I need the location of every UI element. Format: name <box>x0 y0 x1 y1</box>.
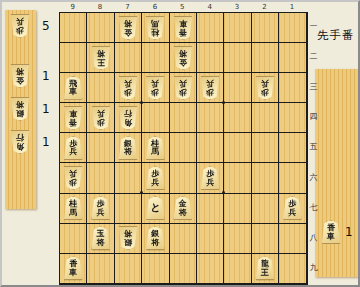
piece-ou-gote[interactable]: 王将 <box>91 46 111 70</box>
cell-57[interactable]: 金将 <box>170 194 197 224</box>
piece-tokin-sente[interactable]: と <box>145 196 165 220</box>
piece-fu-sente[interactable]: 歩兵 <box>63 136 83 160</box>
cell-86[interactable] <box>87 163 114 193</box>
piece-kanji: 将 <box>124 148 132 157</box>
piece-kanji: 金 <box>179 57 187 66</box>
piece-kanji: 車 <box>69 88 77 97</box>
cell-21[interactable] <box>252 13 279 43</box>
cell-55[interactable] <box>170 133 197 163</box>
hoshi-dot <box>222 191 225 194</box>
cell-35[interactable] <box>224 133 251 163</box>
rank-label-6: 六 <box>307 163 320 193</box>
cell-95[interactable]: 歩兵 <box>60 133 87 163</box>
piece-kanji: 兵 <box>69 148 77 157</box>
rank-label-3: 三 <box>307 72 320 102</box>
piece-kanji: 将 <box>124 229 132 238</box>
shogi-board: 金将桂馬香車王将金将飛車歩兵歩兵歩兵歩兵歩兵香車歩兵角行歩兵銀将桂馬歩兵歩兵歩兵… <box>59 12 308 285</box>
sente-hand-slot: 香車 <box>321 220 341 244</box>
piece-kanji: 金 <box>124 27 132 36</box>
piece-kei-sente[interactable]: 桂馬 <box>145 136 165 160</box>
piece-kanji: 兵 <box>97 109 105 118</box>
piece-kanji: 将 <box>97 49 105 58</box>
gote-hand-slot: 金将 <box>10 64 30 88</box>
piece-gin-sente[interactable]: 銀将 <box>118 136 138 160</box>
cell-99[interactable]: 香車 <box>60 254 87 284</box>
piece-hisha-sente[interactable]: 飛車 <box>63 76 83 100</box>
cell-56[interactable] <box>170 163 197 193</box>
cell-32[interactable] <box>224 43 251 73</box>
piece-kanji: 王 <box>261 269 269 278</box>
piece-kin-gote[interactable]: 金将 <box>118 16 138 40</box>
piece-kin-gote[interactable]: 金将 <box>173 46 193 70</box>
piece-kanji: 行 <box>124 109 132 118</box>
cell-39[interactable] <box>224 254 251 284</box>
piece-kanji: 歩 <box>151 87 159 96</box>
cell-64[interactable] <box>142 103 169 133</box>
piece-kanji: 角 <box>124 117 132 126</box>
gote-hand-count-kaku: 1 <box>42 135 54 149</box>
piece-fu-sente[interactable]: 歩兵 <box>145 166 165 190</box>
piece-kanji: 車 <box>327 233 335 242</box>
cell-23[interactable]: 歩兵 <box>252 73 279 103</box>
hoshi-dot <box>222 101 225 104</box>
cell-36[interactable] <box>224 163 251 193</box>
piece-kanji: 車 <box>69 109 77 118</box>
piece-kyo-gote[interactable]: 香車 <box>63 106 83 130</box>
cell-38[interactable] <box>224 224 251 254</box>
piece-fu-gote[interactable]: 歩兵 <box>63 166 83 190</box>
piece-kanji: 兵 <box>124 79 132 88</box>
cell-34[interactable] <box>224 103 251 133</box>
cell-62[interactable] <box>142 43 169 73</box>
piece-kanji: 車 <box>179 19 187 28</box>
cell-79[interactable] <box>115 254 142 284</box>
piece-kyo-sente[interactable]: 香車 <box>63 256 83 280</box>
piece-kei-gote[interactable]: 桂馬 <box>145 16 165 40</box>
piece-kanji: 歩 <box>206 87 214 96</box>
cell-68[interactable]: 銀将 <box>142 224 169 254</box>
piece-kanji: 馬 <box>151 19 159 28</box>
cell-96[interactable]: 歩兵 <box>60 163 87 193</box>
cell-74[interactable]: 角行 <box>115 103 142 133</box>
cell-91[interactable] <box>60 13 87 43</box>
piece-kanji: 兵 <box>179 79 187 88</box>
piece-kanji: 将 <box>151 239 159 248</box>
cell-65[interactable]: 桂馬 <box>142 133 169 163</box>
piece-fu-gote[interactable]: 歩兵 <box>91 106 111 130</box>
piece-kanji: 王 <box>97 57 105 66</box>
piece-kin-gote[interactable]: 金将 <box>10 64 30 88</box>
piece-kanji: 将 <box>16 67 24 76</box>
piece-kanji: 兵 <box>69 169 77 178</box>
piece-kanji: 兵 <box>206 179 214 188</box>
piece-gin-sente[interactable]: 銀将 <box>145 226 165 250</box>
gote-hand-count-kin: 1 <box>42 69 54 83</box>
piece-kin-sente[interactable]: 金将 <box>173 196 193 220</box>
gote-hand-count-fu: 5 <box>42 19 54 33</box>
piece-kanji: 兵 <box>97 209 105 218</box>
rank-label-7: 七 <box>307 193 320 223</box>
piece-gin-gote[interactable]: 銀将 <box>10 97 30 121</box>
rank-label-8: 八 <box>307 223 320 253</box>
hoshi-dot <box>140 101 143 104</box>
piece-fu-gote[interactable]: 歩兵 <box>173 76 193 100</box>
rank-label-9: 九 <box>307 253 320 283</box>
file-label-4: 4 <box>196 3 223 11</box>
cell-98[interactable] <box>60 224 87 254</box>
file-label-8: 8 <box>86 3 113 11</box>
piece-kyo-sente[interactable]: 香車 <box>321 220 341 244</box>
cell-72[interactable] <box>115 43 142 73</box>
piece-kanji: 兵 <box>151 179 159 188</box>
cell-83[interactable] <box>87 73 114 103</box>
piece-kanji: 兵 <box>288 209 296 218</box>
cell-45[interactable] <box>197 133 224 163</box>
gote-hand-slot: 銀将 <box>10 97 30 121</box>
piece-kanji: 歩 <box>69 178 77 187</box>
piece-kanji: 将 <box>97 239 105 248</box>
piece-kanji: 将 <box>124 19 132 28</box>
file-label-6: 6 <box>141 3 168 11</box>
cell-28[interactable] <box>252 224 279 254</box>
cell-42[interactable] <box>197 43 224 73</box>
piece-kanji: 馬 <box>151 148 159 157</box>
cell-89[interactable] <box>87 254 114 284</box>
rank-label-4: 四 <box>307 102 320 132</box>
gote-hand-slot: 角行 <box>10 130 30 154</box>
piece-kanji: 歩 <box>179 87 187 96</box>
piece-kanji: 歩 <box>16 26 24 35</box>
cell-44[interactable] <box>197 103 224 133</box>
piece-kanji: 香 <box>179 27 187 36</box>
cell-18[interactable] <box>279 224 306 254</box>
sente-hand-count-kyo: 1 <box>345 225 357 239</box>
cell-31[interactable] <box>224 13 251 43</box>
piece-kanji: 桂 <box>151 27 159 36</box>
cell-77[interactable] <box>115 194 142 224</box>
file-label-2: 2 <box>251 3 278 11</box>
piece-kaku-gote[interactable]: 角行 <box>118 106 138 130</box>
cell-66[interactable]: 歩兵 <box>142 163 169 193</box>
cell-27[interactable] <box>252 194 279 224</box>
file-label-7: 7 <box>114 3 141 11</box>
piece-kyo-gote[interactable]: 香車 <box>173 16 193 40</box>
piece-kanji: 行 <box>16 133 24 142</box>
cell-41[interactable] <box>197 13 224 43</box>
piece-kanji: と <box>150 203 160 213</box>
cell-51[interactable]: 香車 <box>170 13 197 43</box>
cell-47[interactable] <box>197 194 224 224</box>
cell-58[interactable] <box>170 224 197 254</box>
piece-fu-gote[interactable]: 歩兵 <box>255 76 275 100</box>
cell-54[interactable] <box>170 103 197 133</box>
cell-82[interactable]: 王将 <box>87 43 114 73</box>
rank-label-2: 二 <box>307 42 320 72</box>
file-label-1: 1 <box>278 3 305 11</box>
piece-kanji: 香 <box>69 117 77 126</box>
gote-hand-slot: 歩兵 <box>10 14 30 38</box>
piece-kanji: 銀 <box>124 238 132 247</box>
shogi-diagram: 金将桂馬香車王将金将飛車歩兵歩兵歩兵歩兵歩兵香車歩兵角行歩兵銀将桂馬歩兵歩兵歩兵… <box>0 0 360 287</box>
cell-88[interactable]: 玉将 <box>87 224 114 254</box>
cell-11[interactable] <box>279 13 306 43</box>
cell-12[interactable] <box>279 43 306 73</box>
cell-71[interactable]: 金将 <box>115 13 142 43</box>
cell-26[interactable] <box>252 163 279 193</box>
piece-fu-sente[interactable]: 歩兵 <box>282 196 302 220</box>
piece-kanji: 歩 <box>97 117 105 126</box>
cell-75[interactable]: 銀将 <box>115 133 142 163</box>
cell-76[interactable] <box>115 163 142 193</box>
cell-37[interactable] <box>224 194 251 224</box>
piece-kanji: 将 <box>179 49 187 58</box>
turn-indicator: 先手番 <box>317 28 355 43</box>
cell-25[interactable] <box>252 133 279 163</box>
piece-kanji: 車 <box>69 269 77 278</box>
cell-48[interactable] <box>197 224 224 254</box>
piece-kanji: 兵 <box>261 79 269 88</box>
piece-kanji: 将 <box>16 100 24 109</box>
hoshi-dot <box>140 191 143 194</box>
cell-67[interactable]: と <box>142 194 169 224</box>
piece-gin-gote[interactable]: 銀将 <box>118 226 138 250</box>
piece-fu-sente[interactable]: 歩兵 <box>200 166 220 190</box>
cell-16[interactable] <box>279 163 306 193</box>
cell-43[interactable]: 歩兵 <box>197 73 224 103</box>
piece-kei-sente[interactable]: 桂馬 <box>63 196 83 220</box>
cell-17[interactable]: 歩兵 <box>279 194 306 224</box>
piece-fu-sente[interactable]: 歩兵 <box>91 196 111 220</box>
piece-kanji: 馬 <box>69 209 77 218</box>
cell-69[interactable] <box>142 254 169 284</box>
cell-14[interactable] <box>279 103 306 133</box>
gote-hand-count-gin: 1 <box>42 102 54 116</box>
piece-kanji: 金 <box>16 76 24 85</box>
cell-22[interactable] <box>252 43 279 73</box>
cell-19[interactable] <box>279 254 306 284</box>
cell-59[interactable] <box>170 254 197 284</box>
cell-84[interactable]: 歩兵 <box>87 103 114 133</box>
piece-fu-gote[interactable]: 歩兵 <box>10 14 30 38</box>
rank-label-5: 五 <box>307 132 320 162</box>
cell-97[interactable]: 桂馬 <box>60 194 87 224</box>
cell-73[interactable]: 歩兵 <box>115 73 142 103</box>
cell-15[interactable] <box>279 133 306 163</box>
cell-33[interactable] <box>224 73 251 103</box>
piece-kaku-gote[interactable]: 角行 <box>10 130 30 154</box>
cell-29[interactable]: 龍王 <box>252 254 279 284</box>
cell-93[interactable]: 飛車 <box>60 73 87 103</box>
cell-87[interactable]: 歩兵 <box>87 194 114 224</box>
piece-fu-gote[interactable]: 歩兵 <box>200 76 220 100</box>
file-label-9: 9 <box>59 3 86 11</box>
piece-ryu-sente[interactable]: 龍王 <box>255 256 275 280</box>
cell-85[interactable] <box>87 133 114 163</box>
cell-46[interactable]: 歩兵 <box>197 163 224 193</box>
cell-52[interactable]: 金将 <box>170 43 197 73</box>
file-label-5: 5 <box>169 3 196 11</box>
cell-81[interactable] <box>87 13 114 43</box>
cell-61[interactable]: 桂馬 <box>142 13 169 43</box>
piece-kanji: 角 <box>16 142 24 151</box>
cell-63[interactable]: 歩兵 <box>142 73 169 103</box>
cell-13[interactable] <box>279 73 306 103</box>
cell-24[interactable] <box>252 103 279 133</box>
piece-gyoku-sente[interactable]: 玉将 <box>91 226 111 250</box>
piece-kanji: 兵 <box>16 17 24 26</box>
cell-92[interactable] <box>60 43 87 73</box>
file-label-3: 3 <box>223 3 250 11</box>
piece-kanji: 将 <box>179 209 187 218</box>
cell-94[interactable]: 香車 <box>60 103 87 133</box>
cell-53[interactable]: 歩兵 <box>170 73 197 103</box>
cell-49[interactable] <box>197 254 224 284</box>
piece-kanji: 歩 <box>261 87 269 96</box>
piece-kanji: 銀 <box>16 109 24 118</box>
piece-kanji: 歩 <box>124 87 132 96</box>
piece-kanji: 兵 <box>151 79 159 88</box>
sente-captured-stand <box>315 69 358 277</box>
cell-78[interactable]: 銀将 <box>115 224 142 254</box>
piece-fu-gote[interactable]: 歩兵 <box>145 76 165 100</box>
piece-kanji: 兵 <box>206 79 214 88</box>
piece-fu-gote[interactable]: 歩兵 <box>118 76 138 100</box>
